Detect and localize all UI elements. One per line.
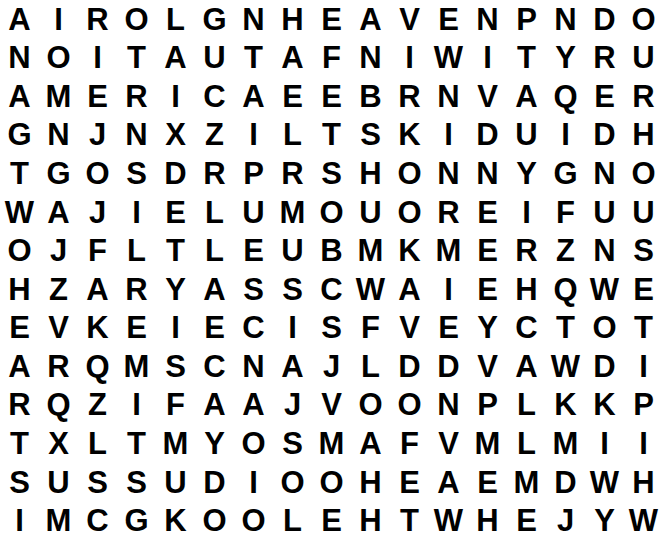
grid-cell-r4c11[interactable]: K [390, 116, 429, 155]
grid-cell-r2c1[interactable]: N [0, 39, 39, 78]
grid-cell-r9c6[interactable]: E [195, 309, 234, 348]
grid-cell-r9c8[interactable]: I [273, 309, 312, 348]
grid-cell-r11c10[interactable]: O [351, 386, 390, 425]
grid-cell-r3c11[interactable]: R [390, 77, 429, 116]
grid-cell-r6c13[interactable]: E [468, 193, 507, 232]
grid-cell-r11c17[interactable]: P [624, 386, 663, 425]
grid-cell-r10c10[interactable]: L [351, 347, 390, 386]
grid-cell-r3c6[interactable]: C [195, 77, 234, 116]
grid-cell-r2c15[interactable]: Y [546, 39, 585, 78]
grid-cell-r3c17[interactable]: R [624, 77, 663, 116]
grid-cell-r9c3[interactable]: K [78, 309, 117, 348]
grid-cell-r1c9[interactable]: E [312, 0, 351, 39]
grid-cell-r13c8[interactable]: O [273, 463, 312, 502]
grid-cell-r7c17[interactable]: S [624, 231, 663, 270]
grid-cell-r8c6[interactable]: A [195, 270, 234, 309]
grid-cell-r11c11[interactable]: O [390, 386, 429, 425]
grid-cell-r4c2[interactable]: N [39, 116, 78, 155]
grid-cell-r7c14[interactable]: R [507, 231, 546, 270]
grid-cell-r11c15[interactable]: K [546, 386, 585, 425]
grid-cell-r7c10[interactable]: M [351, 231, 390, 270]
grid-cell-r10c8[interactable]: A [273, 347, 312, 386]
grid-cell-r4c4[interactable]: N [117, 116, 156, 155]
grid-cell-r5c6[interactable]: R [195, 154, 234, 193]
grid-cell-r1c16[interactable]: D [585, 0, 624, 39]
grid-cell-r3c9[interactable]: E [312, 77, 351, 116]
grid-cell-r6c2[interactable]: A [39, 193, 78, 232]
grid-cell-r10c16[interactable]: D [585, 347, 624, 386]
grid-cell-r11c6[interactable]: A [195, 386, 234, 425]
grid-cell-r3c16[interactable]: E [585, 77, 624, 116]
grid-cell-r12c10[interactable]: A [351, 424, 390, 463]
grid-cell-r10c1[interactable]: A [0, 347, 39, 386]
grid-cell-r6c3[interactable]: J [78, 193, 117, 232]
grid-cell-r12c14[interactable]: L [507, 424, 546, 463]
grid-cell-r7c2[interactable]: J [39, 231, 78, 270]
grid-cell-r7c6[interactable]: L [195, 231, 234, 270]
word-search-grid: AIROLGNHEAVENPNDONOITAUTAFNIWITYRUAMERIC… [0, 0, 663, 540]
grid-cell-r8c2[interactable]: Z [39, 270, 78, 309]
grid-cell-r7c13[interactable]: E [468, 231, 507, 270]
grid-cell-r7c7[interactable]: E [234, 231, 273, 270]
grid-cell-r11c1[interactable]: R [0, 386, 39, 425]
grid-cell-r5c10[interactable]: H [351, 154, 390, 193]
grid-cell-r2c3[interactable]: I [78, 39, 117, 78]
grid-cell-r13c2[interactable]: U [39, 463, 78, 502]
grid-cell-r5c16[interactable]: N [585, 154, 624, 193]
grid-cell-r1c8[interactable]: H [273, 0, 312, 39]
grid-cell-r5c1[interactable]: T [0, 154, 39, 193]
grid-cell-r9c14[interactable]: C [507, 309, 546, 348]
grid-cell-r1c1[interactable]: A [0, 0, 39, 39]
grid-cell-r1c6[interactable]: G [195, 0, 234, 39]
grid-cell-r7c12[interactable]: M [429, 231, 468, 270]
grid-cell-r11c4[interactable]: I [117, 386, 156, 425]
grid-cell-r11c13[interactable]: P [468, 386, 507, 425]
grid-cell-r3c3[interactable]: E [78, 77, 117, 116]
grid-cell-r3c15[interactable]: Q [546, 77, 585, 116]
grid-cell-r5c8[interactable]: R [273, 154, 312, 193]
grid-cell-r7c16[interactable]: N [585, 231, 624, 270]
grid-cell-r13c17[interactable]: H [624, 463, 663, 502]
grid-cell-r2c16[interactable]: R [585, 39, 624, 78]
grid-cell-r4c15[interactable]: I [546, 116, 585, 155]
grid-cell-r4c6[interactable]: Z [195, 116, 234, 155]
grid-cell-r13c1[interactable]: S [0, 463, 39, 502]
grid-cell-r13c5[interactable]: U [156, 463, 195, 502]
grid-cell-r4c5[interactable]: X [156, 116, 195, 155]
grid-cell-r2c10[interactable]: N [351, 39, 390, 78]
grid-cell-r5c14[interactable]: Y [507, 154, 546, 193]
grid-cell-r13c4[interactable]: S [117, 463, 156, 502]
grid-cell-r5c11[interactable]: O [390, 154, 429, 193]
grid-cell-r2c9[interactable]: F [312, 39, 351, 78]
grid-cell-r1c5[interactable]: L [156, 0, 195, 39]
grid-cell-r7c4[interactable]: L [117, 231, 156, 270]
grid-cell-r4c16[interactable]: D [585, 116, 624, 155]
grid-cell-r1c12[interactable]: E [429, 0, 468, 39]
grid-cell-r8c10[interactable]: W [351, 270, 390, 309]
grid-cell-r13c11[interactable]: E [390, 463, 429, 502]
grid-cell-r9c1[interactable]: E [0, 309, 39, 348]
grid-cell-r2c6[interactable]: U [195, 39, 234, 78]
grid-cell-r6c17[interactable]: U [624, 193, 663, 232]
grid-cell-r2c8[interactable]: A [273, 39, 312, 78]
grid-cell-r5c2[interactable]: G [39, 154, 78, 193]
grid-cell-r9c13[interactable]: Y [468, 309, 507, 348]
grid-cell-r5c4[interactable]: S [117, 154, 156, 193]
grid-cell-r13c6[interactable]: D [195, 463, 234, 502]
grid-cell-r4c3[interactable]: J [78, 116, 117, 155]
grid-cell-r4c1[interactable]: G [0, 116, 39, 155]
grid-cell-r6c11[interactable]: O [390, 193, 429, 232]
grid-cell-r12c12[interactable]: V [429, 424, 468, 463]
grid-cell-r11c9[interactable]: V [312, 386, 351, 425]
grid-cell-r8c12[interactable]: I [429, 270, 468, 309]
grid-cell-r12c11[interactable]: F [390, 424, 429, 463]
grid-cell-r9c2[interactable]: V [39, 309, 78, 348]
grid-cell-r8c8[interactable]: S [273, 270, 312, 309]
grid-cell-r7c1[interactable]: O [0, 231, 39, 270]
grid-cell-r5c7[interactable]: P [234, 154, 273, 193]
grid-cell-r14c5[interactable]: K [156, 501, 195, 540]
grid-cell-r9c17[interactable]: T [624, 309, 663, 348]
grid-cell-r6c16[interactable]: U [585, 193, 624, 232]
grid-cell-r14c6[interactable]: O [195, 501, 234, 540]
grid-cell-r14c4[interactable]: G [117, 501, 156, 540]
grid-cell-r14c17[interactable]: W [624, 501, 663, 540]
grid-cell-r13c9[interactable]: O [312, 463, 351, 502]
grid-cell-r3c13[interactable]: V [468, 77, 507, 116]
grid-cell-r2c13[interactable]: I [468, 39, 507, 78]
grid-cell-r8c13[interactable]: E [468, 270, 507, 309]
grid-cell-r12c17[interactable]: I [624, 424, 663, 463]
grid-cell-r9c15[interactable]: T [546, 309, 585, 348]
grid-cell-r5c13[interactable]: N [468, 154, 507, 193]
grid-cell-r8c16[interactable]: W [585, 270, 624, 309]
grid-cell-r9c7[interactable]: C [234, 309, 273, 348]
grid-cell-r1c11[interactable]: V [390, 0, 429, 39]
grid-cell-r7c3[interactable]: F [78, 231, 117, 270]
grid-cell-r11c14[interactable]: L [507, 386, 546, 425]
grid-cell-r6c15[interactable]: F [546, 193, 585, 232]
grid-cell-r12c13[interactable]: M [468, 424, 507, 463]
grid-cell-r8c7[interactable]: S [234, 270, 273, 309]
grid-cell-r13c13[interactable]: E [468, 463, 507, 502]
grid-cell-r13c3[interactable]: S [78, 463, 117, 502]
grid-cell-r7c5[interactable]: T [156, 231, 195, 270]
grid-cell-r1c14[interactable]: P [507, 0, 546, 39]
grid-cell-r10c9[interactable]: J [312, 347, 351, 386]
grid-cell-r10c6[interactable]: C [195, 347, 234, 386]
grid-cell-r10c11[interactable]: D [390, 347, 429, 386]
grid-cell-r2c14[interactable]: T [507, 39, 546, 78]
grid-cell-r12c4[interactable]: T [117, 424, 156, 463]
grid-cell-r14c2[interactable]: M [39, 501, 78, 540]
grid-cell-r8c5[interactable]: Y [156, 270, 195, 309]
grid-cell-r11c7[interactable]: A [234, 386, 273, 425]
grid-cell-r6c12[interactable]: R [429, 193, 468, 232]
grid-cell-r14c9[interactable]: E [312, 501, 351, 540]
grid-cell-r14c16[interactable]: Y [585, 501, 624, 540]
grid-cell-r8c17[interactable]: E [624, 270, 663, 309]
grid-cell-r2c5[interactable]: A [156, 39, 195, 78]
grid-cell-r9c11[interactable]: V [390, 309, 429, 348]
grid-cell-r4c9[interactable]: T [312, 116, 351, 155]
grid-cell-r6c9[interactable]: O [312, 193, 351, 232]
grid-cell-r1c3[interactable]: R [78, 0, 117, 39]
grid-cell-r5c12[interactable]: N [429, 154, 468, 193]
grid-cell-r7c8[interactable]: U [273, 231, 312, 270]
grid-cell-r2c7[interactable]: T [234, 39, 273, 78]
grid-cell-r5c9[interactable]: S [312, 154, 351, 193]
grid-cell-r7c15[interactable]: Z [546, 231, 585, 270]
grid-cell-r13c10[interactable]: H [351, 463, 390, 502]
grid-cell-r6c7[interactable]: U [234, 193, 273, 232]
grid-cell-r14c11[interactable]: T [390, 501, 429, 540]
grid-cell-r5c15[interactable]: G [546, 154, 585, 193]
grid-cell-r14c8[interactable]: L [273, 501, 312, 540]
grid-cell-r12c5[interactable]: M [156, 424, 195, 463]
grid-cell-r8c15[interactable]: Q [546, 270, 585, 309]
grid-cell-r1c4[interactable]: O [117, 0, 156, 39]
grid-cell-r8c1[interactable]: H [0, 270, 39, 309]
grid-cell-r13c14[interactable]: M [507, 463, 546, 502]
grid-cell-r6c14[interactable]: I [507, 193, 546, 232]
grid-cell-r14c7[interactable]: O [234, 501, 273, 540]
grid-cell-r3c14[interactable]: A [507, 77, 546, 116]
grid-cell-r12c16[interactable]: I [585, 424, 624, 463]
grid-cell-r12c8[interactable]: S [273, 424, 312, 463]
grid-cell-r2c11[interactable]: I [390, 39, 429, 78]
grid-cell-r4c8[interactable]: L [273, 116, 312, 155]
grid-cell-r13c16[interactable]: W [585, 463, 624, 502]
grid-cell-r3c2[interactable]: M [39, 77, 78, 116]
grid-cell-r12c15[interactable]: M [546, 424, 585, 463]
grid-cell-r3c1[interactable]: A [0, 77, 39, 116]
grid-cell-r3c8[interactable]: E [273, 77, 312, 116]
grid-cell-r10c2[interactable]: R [39, 347, 78, 386]
grid-cell-r1c15[interactable]: N [546, 0, 585, 39]
grid-cell-r11c8[interactable]: J [273, 386, 312, 425]
grid-cell-r11c16[interactable]: K [585, 386, 624, 425]
grid-cell-r1c17[interactable]: O [624, 0, 663, 39]
grid-cell-r6c5[interactable]: E [156, 193, 195, 232]
grid-cell-r12c9[interactable]: M [312, 424, 351, 463]
grid-cell-r10c12[interactable]: D [429, 347, 468, 386]
grid-cell-r9c4[interactable]: E [117, 309, 156, 348]
grid-cell-r9c5[interactable]: I [156, 309, 195, 348]
grid-cell-r12c7[interactable]: O [234, 424, 273, 463]
grid-cell-r14c14[interactable]: E [507, 501, 546, 540]
grid-cell-r4c12[interactable]: I [429, 116, 468, 155]
grid-cell-r10c17[interactable]: I [624, 347, 663, 386]
grid-cell-r3c12[interactable]: N [429, 77, 468, 116]
grid-cell-r10c3[interactable]: Q [78, 347, 117, 386]
grid-cell-r2c12[interactable]: W [429, 39, 468, 78]
grid-cell-r1c10[interactable]: A [351, 0, 390, 39]
grid-cell-r14c15[interactable]: J [546, 501, 585, 540]
grid-cell-r10c13[interactable]: V [468, 347, 507, 386]
grid-cell-r14c13[interactable]: H [468, 501, 507, 540]
grid-cell-r11c5[interactable]: F [156, 386, 195, 425]
grid-cell-r6c8[interactable]: M [273, 193, 312, 232]
grid-cell-r9c12[interactable]: E [429, 309, 468, 348]
grid-cell-r8c3[interactable]: A [78, 270, 117, 309]
grid-cell-r6c10[interactable]: U [351, 193, 390, 232]
grid-cell-r9c10[interactable]: F [351, 309, 390, 348]
grid-cell-r6c6[interactable]: L [195, 193, 234, 232]
grid-cell-r10c7[interactable]: N [234, 347, 273, 386]
grid-cell-r13c12[interactable]: A [429, 463, 468, 502]
grid-cell-r12c6[interactable]: Y [195, 424, 234, 463]
grid-cell-r10c4[interactable]: M [117, 347, 156, 386]
grid-cell-r6c1[interactable]: W [0, 193, 39, 232]
grid-cell-r9c9[interactable]: S [312, 309, 351, 348]
grid-cell-r1c7[interactable]: N [234, 0, 273, 39]
grid-cell-r3c5[interactable]: I [156, 77, 195, 116]
grid-cell-r8c9[interactable]: C [312, 270, 351, 309]
grid-cell-r10c14[interactable]: A [507, 347, 546, 386]
grid-cell-r14c1[interactable]: I [0, 501, 39, 540]
grid-cell-r8c11[interactable]: A [390, 270, 429, 309]
grid-cell-r12c1[interactable]: T [0, 424, 39, 463]
grid-cell-r14c10[interactable]: H [351, 501, 390, 540]
grid-cell-r1c13[interactable]: N [468, 0, 507, 39]
grid-cell-r12c2[interactable]: X [39, 424, 78, 463]
grid-cell-r11c12[interactable]: N [429, 386, 468, 425]
grid-cell-r5c17[interactable]: O [624, 154, 663, 193]
grid-cell-r10c5[interactable]: S [156, 347, 195, 386]
grid-cell-r12c3[interactable]: L [78, 424, 117, 463]
grid-cell-r5c5[interactable]: D [156, 154, 195, 193]
grid-cell-r1c2[interactable]: I [39, 0, 78, 39]
grid-cell-r11c2[interactable]: Q [39, 386, 78, 425]
grid-cell-r13c15[interactable]: D [546, 463, 585, 502]
grid-cell-r3c4[interactable]: R [117, 77, 156, 116]
grid-cell-r4c13[interactable]: D [468, 116, 507, 155]
grid-cell-r10c15[interactable]: W [546, 347, 585, 386]
grid-cell-r8c14[interactable]: H [507, 270, 546, 309]
grid-cell-r2c4[interactable]: T [117, 39, 156, 78]
grid-cell-r2c2[interactable]: O [39, 39, 78, 78]
grid-cell-r13c7[interactable]: I [234, 463, 273, 502]
grid-cell-r9c16[interactable]: O [585, 309, 624, 348]
grid-cell-r3c10[interactable]: B [351, 77, 390, 116]
grid-cell-r5c3[interactable]: O [78, 154, 117, 193]
grid-cell-r4c7[interactable]: I [234, 116, 273, 155]
grid-cell-r7c11[interactable]: K [390, 231, 429, 270]
grid-cell-r3c7[interactable]: A [234, 77, 273, 116]
grid-cell-r4c17[interactable]: H [624, 116, 663, 155]
grid-cell-r11c3[interactable]: Z [78, 386, 117, 425]
grid-cell-r4c14[interactable]: U [507, 116, 546, 155]
grid-cell-r7c9[interactable]: B [312, 231, 351, 270]
grid-cell-r6c4[interactable]: I [117, 193, 156, 232]
grid-cell-r2c17[interactable]: U [624, 39, 663, 78]
grid-cell-r14c12[interactable]: W [429, 501, 468, 540]
grid-cell-r4c10[interactable]: S [351, 116, 390, 155]
grid-cell-r14c3[interactable]: C [78, 501, 117, 540]
grid-cell-r8c4[interactable]: R [117, 270, 156, 309]
